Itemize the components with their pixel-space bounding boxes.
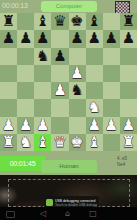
square-d6[interactable]: ♟ [51,48,68,65]
android-nav-bar: ◁ ⌂ □ [0,207,137,220]
square-b7[interactable]: ♟ [17,30,34,47]
square-e6[interactable] [69,48,86,65]
square-h6[interactable] [120,48,137,65]
square-d4[interactable]: ♟ [51,82,68,99]
black-k-piece: ♚ [69,13,86,30]
black-r-piece: ♜ [120,13,137,30]
square-a3[interactable] [0,99,17,116]
notification-title: USB debugging connected [55,199,97,203]
home-icon[interactable]: ⌂ [65,207,70,220]
chess-board: ♜♝♛♚♝♜♟♟♟♟♟♟♟♞♟♟♟♞♞♟♟♟♟♟♟♜♞♝♛♚♝♜ [0,13,137,151]
square-g3[interactable] [103,99,120,116]
white-p-piece: ♟ [69,65,86,82]
square-d7[interactable] [51,30,68,47]
square-f6[interactable] [86,48,103,65]
square-g5[interactable] [103,65,120,82]
black-r-piece: ♜ [0,13,17,30]
white-k-piece: ♚ [69,134,86,151]
camera-icon [6,211,15,218]
square-f4[interactable] [86,82,103,99]
square-a8[interactable]: ♜ [0,13,17,30]
black-p-piece: ♟ [103,30,120,47]
black-clock: 00:00:13 [2,2,28,9]
square-d1[interactable]: ♛ [51,134,68,151]
human-button[interactable]: Human [41,160,97,173]
square-e2[interactable] [69,117,86,134]
square-c4[interactable] [34,82,51,99]
black-b-piece: ♝ [34,13,51,30]
square-g1[interactable] [103,134,120,151]
black-n-piece: ♞ [69,82,86,99]
square-f8[interactable]: ♝ [86,13,103,30]
black-p-piece: ♟ [51,48,68,65]
white-r-piece: ♜ [120,134,137,151]
move-list: 4. e5 Ne4 [117,156,135,167]
square-h1[interactable]: ♜ [120,134,137,151]
white-p-piece: ♟ [103,117,120,134]
square-e4[interactable]: ♞ [69,82,86,99]
square-c1[interactable]: ♝ [34,134,51,151]
square-d5[interactable] [51,65,68,82]
square-b8[interactable] [17,13,34,30]
square-h5[interactable] [120,65,137,82]
square-g4[interactable] [103,82,120,99]
back-icon[interactable]: ◁ [40,207,46,220]
square-b2[interactable]: ♟ [17,117,34,134]
phone-screen: 00:00:13 Computer ♜♝♛♚♝♜♟♟♟♟♟♟♟♞♟♟♟♞♞♟♟♟… [0,0,137,220]
square-f3[interactable]: ♞ [86,99,103,116]
square-d2[interactable] [51,117,68,134]
square-f7[interactable]: ♟ [86,30,103,47]
black-p-piece: ♟ [120,30,137,47]
square-d8[interactable]: ♛ [51,13,68,30]
square-b6[interactable] [17,48,34,65]
square-a7[interactable]: ♟ [0,30,17,47]
black-n-piece: ♞ [34,48,51,65]
square-e3[interactable] [69,99,86,116]
square-c6[interactable]: ♞ [34,48,51,65]
square-c2[interactable]: ♟ [34,117,51,134]
square-f5[interactable] [86,65,103,82]
black-p-piece: ♟ [0,30,17,47]
square-c8[interactable]: ♝ [34,13,51,30]
white-n-piece: ♞ [86,99,103,116]
computer-button[interactable]: Computer [41,1,97,12]
white-n-piece: ♞ [17,134,34,151]
bottom-bar: 00:01:45 Human 4. e5 Ne4 [0,151,137,176]
square-g6[interactable] [103,48,120,65]
square-g2[interactable]: ♟ [103,117,120,134]
square-d3[interactable] [51,99,68,116]
black-p-piece: ♟ [17,30,34,47]
white-p-piece: ♟ [34,117,51,134]
notification-text: USB debugging connected Touch to disable… [55,199,97,207]
white-p-piece: ♟ [86,117,103,134]
square-g7[interactable]: ♟ [103,30,120,47]
square-c5[interactable] [34,65,51,82]
square-b5[interactable] [17,65,34,82]
black-p-piece: ♟ [69,30,86,47]
white-r-piece: ♜ [0,134,17,151]
white-q-piece: ♛ [51,134,68,151]
square-a2[interactable]: ♟ [0,117,17,134]
recents-icon[interactable]: □ [89,207,97,220]
white-b-piece: ♝ [86,134,103,151]
square-e1[interactable]: ♚ [69,134,86,151]
square-a6[interactable] [0,48,17,65]
square-e7[interactable]: ♟ [69,30,86,47]
square-a4[interactable] [0,82,17,99]
black-b-piece: ♝ [86,13,103,30]
android-icon [46,199,53,206]
square-b3[interactable] [17,99,34,116]
square-c3[interactable] [34,99,51,116]
white-p-piece: ♟ [17,117,34,134]
black-p-piece: ♟ [34,30,51,47]
square-h2[interactable]: ♟ [120,117,137,134]
square-f1[interactable]: ♝ [86,134,103,151]
square-h7[interactable]: ♟ [120,30,137,47]
square-a1[interactable]: ♜ [0,134,17,151]
square-h4[interactable] [120,82,137,99]
white-p-piece: ♟ [0,117,17,134]
square-c7[interactable]: ♟ [34,30,51,47]
square-h3[interactable] [120,99,137,116]
black-q-piece: ♛ [51,13,68,30]
square-f2[interactable]: ♟ [86,117,103,134]
square-b1[interactable]: ♞ [17,134,34,151]
square-g8[interactable] [103,13,120,30]
square-a5[interactable] [0,65,17,82]
square-e5[interactable]: ♟ [69,65,86,82]
white-clock-active: 00:01:45 [0,156,45,171]
black-p-piece: ♟ [86,30,103,47]
square-b4[interactable] [17,82,34,99]
top-bar: 00:00:13 Computer [0,0,137,13]
square-h8[interactable]: ♜ [120,13,137,30]
move-line-2: Ne4 [117,162,135,168]
white-p-piece: ♟ [51,82,68,99]
square-e8[interactable]: ♚ [69,13,86,30]
notification-subtitle: Touch to disable USB debugging. [55,203,97,207]
white-p-piece: ♟ [120,117,137,134]
white-b-piece: ♝ [34,134,51,151]
